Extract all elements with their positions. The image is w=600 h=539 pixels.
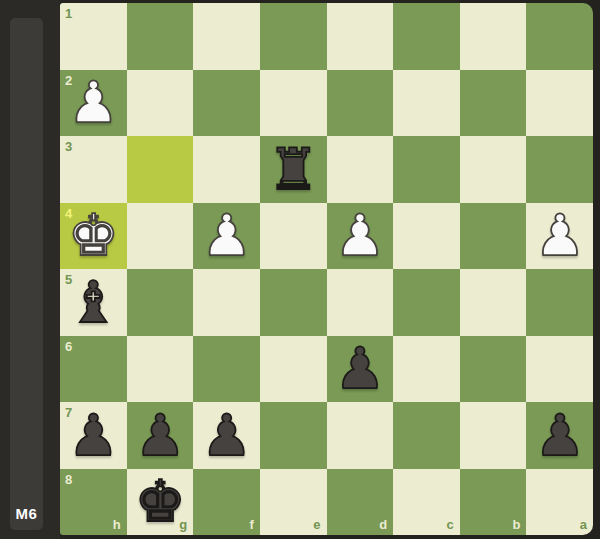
- square-a7[interactable]: ♟: [526, 402, 593, 469]
- square-e3[interactable]: ♜: [260, 136, 327, 203]
- square-c4[interactable]: [393, 203, 460, 270]
- square-c3[interactable]: [393, 136, 460, 203]
- square-h3[interactable]: 3: [60, 136, 127, 203]
- square-f5[interactable]: [193, 269, 260, 336]
- square-d4[interactable]: ♟: [327, 203, 394, 270]
- square-a2[interactable]: [526, 70, 593, 137]
- analysis-view: M6 12♟3♜4♚♟♟♟5♝6♟7♟♟♟♟8hg♚fedcba: [0, 0, 600, 539]
- white-pawn-h2[interactable]: ♟: [60, 70, 127, 137]
- square-b8[interactable]: b: [460, 469, 527, 536]
- black-rook-e3[interactable]: ♜: [260, 136, 327, 203]
- file-label-d: d: [379, 518, 387, 531]
- black-pawn-a7[interactable]: ♟: [526, 402, 593, 469]
- square-b3[interactable]: [460, 136, 527, 203]
- square-d1[interactable]: [327, 3, 394, 70]
- square-b5[interactable]: [460, 269, 527, 336]
- square-c2[interactable]: [393, 70, 460, 137]
- square-e5[interactable]: [260, 269, 327, 336]
- square-d6[interactable]: ♟: [327, 336, 394, 403]
- file-label-e: e: [313, 518, 320, 531]
- analysis-sidebar: M6: [0, 0, 60, 539]
- file-label-c: c: [447, 518, 454, 531]
- square-g3[interactable]: [127, 136, 194, 203]
- square-b7[interactable]: [460, 402, 527, 469]
- square-h4[interactable]: 4♚: [60, 203, 127, 270]
- white-king-h4[interactable]: ♚: [60, 203, 127, 270]
- white-pawn-a4[interactable]: ♟: [526, 203, 593, 270]
- square-f1[interactable]: [193, 3, 260, 70]
- file-label-f: f: [250, 518, 254, 531]
- file-label-a: a: [580, 518, 587, 531]
- square-c1[interactable]: [393, 3, 460, 70]
- square-g4[interactable]: [127, 203, 194, 270]
- square-g2[interactable]: [127, 70, 194, 137]
- rank-label-1: 1: [65, 7, 72, 20]
- square-c5[interactable]: [393, 269, 460, 336]
- file-label-b: b: [512, 518, 520, 531]
- rank-label-3: 3: [65, 140, 72, 153]
- square-a1[interactable]: [526, 3, 593, 70]
- chess-board: 12♟3♜4♚♟♟♟5♝6♟7♟♟♟♟8hg♚fedcba: [60, 3, 593, 535]
- square-a5[interactable]: [526, 269, 593, 336]
- square-g1[interactable]: [127, 3, 194, 70]
- white-pawn-f4[interactable]: ♟: [193, 203, 260, 270]
- white-pawn-d4[interactable]: ♟: [327, 203, 394, 270]
- square-e8[interactable]: e: [260, 469, 327, 536]
- black-pawn-g7[interactable]: ♟: [127, 402, 194, 469]
- square-e1[interactable]: [260, 3, 327, 70]
- square-c8[interactable]: c: [393, 469, 460, 536]
- black-king-g8[interactable]: ♚: [127, 469, 194, 536]
- square-e6[interactable]: [260, 336, 327, 403]
- square-a3[interactable]: [526, 136, 593, 203]
- square-d2[interactable]: [327, 70, 394, 137]
- evaluation-label: M6: [10, 505, 43, 522]
- square-a6[interactable]: [526, 336, 593, 403]
- square-g5[interactable]: [127, 269, 194, 336]
- square-h7[interactable]: 7♟: [60, 402, 127, 469]
- black-pawn-h7[interactable]: ♟: [60, 402, 127, 469]
- square-a4[interactable]: ♟: [526, 203, 593, 270]
- square-e2[interactable]: [260, 70, 327, 137]
- square-d7[interactable]: [327, 402, 394, 469]
- square-d8[interactable]: d: [327, 469, 394, 536]
- square-c7[interactable]: [393, 402, 460, 469]
- evaluation-bar: M6: [10, 18, 43, 530]
- square-f8[interactable]: f: [193, 469, 260, 536]
- square-h5[interactable]: 5♝: [60, 269, 127, 336]
- square-a8[interactable]: a: [526, 469, 593, 536]
- square-b2[interactable]: [460, 70, 527, 137]
- square-d5[interactable]: [327, 269, 394, 336]
- square-g8[interactable]: g♚: [127, 469, 194, 536]
- square-b6[interactable]: [460, 336, 527, 403]
- square-f6[interactable]: [193, 336, 260, 403]
- square-g7[interactable]: ♟: [127, 402, 194, 469]
- square-h2[interactable]: 2♟: [60, 70, 127, 137]
- square-f7[interactable]: ♟: [193, 402, 260, 469]
- square-b1[interactable]: [460, 3, 527, 70]
- square-f4[interactable]: ♟: [193, 203, 260, 270]
- file-label-h: h: [113, 518, 121, 531]
- square-h8[interactable]: 8h: [60, 469, 127, 536]
- black-pawn-f7[interactable]: ♟: [193, 402, 260, 469]
- square-f3[interactable]: [193, 136, 260, 203]
- black-pawn-d6[interactable]: ♟: [327, 336, 394, 403]
- black-bishop-h5[interactable]: ♝: [60, 269, 127, 336]
- square-e7[interactable]: [260, 402, 327, 469]
- rank-label-8: 8: [65, 473, 72, 486]
- rank-label-6: 6: [65, 340, 72, 353]
- square-h6[interactable]: 6: [60, 336, 127, 403]
- square-d3[interactable]: [327, 136, 394, 203]
- square-c6[interactable]: [393, 336, 460, 403]
- square-b4[interactable]: [460, 203, 527, 270]
- square-g6[interactable]: [127, 336, 194, 403]
- square-f2[interactable]: [193, 70, 260, 137]
- square-h1[interactable]: 1: [60, 3, 127, 70]
- square-e4[interactable]: [260, 203, 327, 270]
